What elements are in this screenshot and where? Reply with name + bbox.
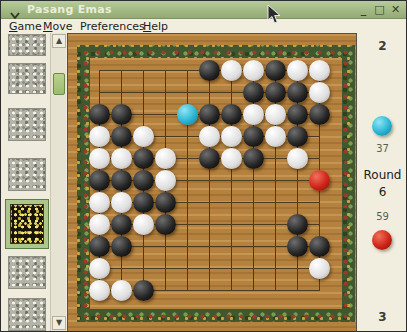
stone-white[interactable] (155, 148, 176, 169)
stone-white[interactable] (221, 60, 242, 81)
stone-black[interactable] (133, 280, 154, 301)
stone-black[interactable] (287, 104, 308, 125)
game-board (67, 33, 357, 332)
stone-black[interactable] (133, 148, 154, 169)
board-grid[interactable] (99, 70, 320, 291)
close-button[interactable]: ✕ (389, 2, 402, 17)
stone-black[interactable] (111, 236, 132, 257)
menubar: GameMovePreferencesHelp (1, 19, 406, 33)
minimize-button[interactable]: _ (357, 2, 370, 17)
round-value: 6 (358, 185, 407, 199)
stone-black[interactable] (309, 236, 330, 257)
shade-chevron-icon[interactable] (9, 5, 21, 14)
stone-white[interactable] (221, 126, 242, 147)
stone-black[interactable] (199, 148, 220, 169)
stone-white[interactable] (243, 60, 264, 81)
red-kas-piece (372, 230, 392, 250)
stone-black[interactable] (199, 60, 220, 81)
stone-white[interactable] (287, 148, 308, 169)
stone-black[interactable] (243, 126, 264, 147)
menu-game[interactable]: Game (9, 20, 42, 33)
stone-black[interactable] (89, 170, 110, 191)
stone-white[interactable] (89, 214, 110, 235)
stone-white[interactable] (309, 60, 330, 81)
stone-black[interactable] (133, 170, 154, 191)
stone-black[interactable] (287, 214, 308, 235)
stone-white[interactable] (89, 148, 110, 169)
cyan-score: 37 (358, 143, 407, 154)
stone-black[interactable] (89, 236, 110, 257)
stone-black[interactable] (155, 214, 176, 235)
stone-white[interactable] (309, 82, 330, 103)
stone-black[interactable] (287, 82, 308, 103)
cyan-kas-piece (372, 116, 392, 136)
mouse-cursor (267, 4, 281, 29)
stone-black[interactable] (89, 104, 110, 125)
titlebar[interactable]: Pasang Emas _ □ ✕ (1, 1, 406, 19)
stone-white[interactable] (89, 126, 110, 147)
stone-black[interactable] (111, 126, 132, 147)
stone-black[interactable] (111, 170, 132, 191)
sidebar-scrollbar[interactable]: ▲ ▼ (50, 33, 66, 332)
stone-white[interactable] (89, 258, 110, 279)
stone-black[interactable] (287, 236, 308, 257)
app-window: Pasang Emas _ □ ✕ GameMovePreferencesHel… (0, 0, 407, 332)
stone-white[interactable] (265, 126, 286, 147)
stone-black[interactable] (133, 192, 154, 213)
stone-white[interactable] (133, 126, 154, 147)
status-panel: 2 37 Round 6 59 3 (358, 33, 407, 332)
window-title: Pasang Emas (27, 3, 112, 16)
menu-help[interactable]: Help (143, 20, 168, 33)
pattern-preview (10, 204, 44, 244)
stone-white[interactable] (89, 280, 110, 301)
stone-black[interactable] (265, 82, 286, 103)
stone-cyan-kas[interactable] (177, 104, 198, 125)
stone-black[interactable] (111, 214, 132, 235)
pattern-thumbnail[interactable] (8, 298, 46, 331)
stone-white[interactable] (89, 192, 110, 213)
stone-white[interactable] (111, 280, 132, 301)
stone-red-kas[interactable] (309, 170, 330, 191)
round-label: Round (358, 168, 407, 182)
stone-black[interactable] (221, 104, 242, 125)
red-score: 59 (358, 211, 407, 222)
menu-move[interactable]: Move (43, 20, 73, 33)
stone-white[interactable] (287, 60, 308, 81)
pattern-thumbnail[interactable] (8, 108, 46, 141)
stone-white[interactable] (243, 104, 264, 125)
scroll-up-button[interactable]: ▲ (52, 34, 66, 48)
pattern-thumbnail-selected[interactable] (5, 199, 49, 249)
maximize-button[interactable]: □ (373, 2, 386, 17)
scrollbar-thumb[interactable] (53, 73, 65, 95)
menu-preferences[interactable]: Preferences (80, 20, 145, 33)
stone-black[interactable] (243, 148, 264, 169)
stone-black[interactable] (287, 126, 308, 147)
stone-white[interactable] (265, 104, 286, 125)
pattern-thumbnail[interactable] (8, 34, 46, 56)
stone-white[interactable] (133, 214, 154, 235)
stone-white[interactable] (199, 126, 220, 147)
pattern-thumbnail[interactable] (8, 256, 46, 289)
stone-black[interactable] (265, 60, 286, 81)
stone-black[interactable] (243, 82, 264, 103)
pattern-thumbnail[interactable] (8, 158, 46, 191)
stone-black[interactable] (111, 104, 132, 125)
pattern-sidebar: ▲ ▼ (1, 33, 67, 332)
pattern-thumbnail[interactable] (8, 63, 46, 94)
scroll-down-button[interactable]: ▼ (52, 316, 66, 330)
stone-white[interactable] (221, 148, 242, 169)
top-count: 2 (358, 39, 407, 53)
stone-white[interactable] (309, 258, 330, 279)
bottom-count: 3 (358, 310, 407, 324)
stone-white[interactable] (111, 148, 132, 169)
stone-white[interactable] (111, 192, 132, 213)
stone-black[interactable] (309, 104, 330, 125)
stone-black[interactable] (199, 104, 220, 125)
stone-white[interactable] (155, 170, 176, 191)
stone-black[interactable] (155, 192, 176, 213)
